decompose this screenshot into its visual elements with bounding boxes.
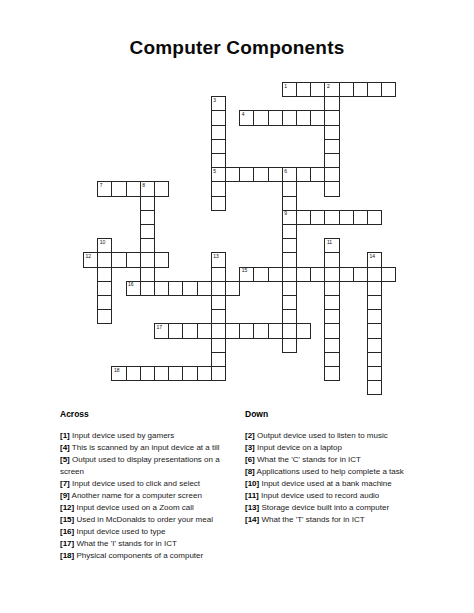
clue-number: 14	[370, 254, 376, 259]
grid-cell[interactable]	[353, 267, 368, 282]
clue-item: [6] What the 'C' stands for in ICT	[245, 454, 420, 466]
grid-cell[interactable]	[282, 110, 297, 125]
grid-cell[interactable]	[225, 167, 240, 182]
clue-number: 5	[213, 169, 216, 174]
clue-item-text: What the 'C' stands for in ICT	[255, 455, 361, 464]
grid-cell[interactable]	[282, 267, 297, 282]
grid-cell[interactable]	[154, 181, 169, 196]
clue-number: 17	[157, 325, 163, 330]
grid-cell[interactable]	[268, 110, 283, 125]
clue-item-number: [5]	[60, 455, 70, 464]
down-heading: Down	[245, 409, 420, 419]
grid-cell[interactable]	[324, 267, 339, 282]
grid-cell[interactable]	[253, 323, 268, 338]
clue-item-text: Input device used to click and select	[70, 479, 200, 488]
grid-cell[interactable]	[296, 82, 311, 97]
grid-cell[interactable]	[211, 295, 226, 310]
grid-cell[interactable]	[197, 281, 212, 296]
grid-cell[interactable]	[211, 281, 226, 296]
clue-number: 10	[100, 240, 106, 245]
grid-cell[interactable]	[324, 210, 339, 225]
grid-cell[interactable]	[282, 196, 297, 211]
clue-number: 12	[86, 254, 92, 259]
crossword-grid: 123546978101112131415161718	[83, 82, 396, 395]
grid-cell[interactable]	[296, 210, 311, 225]
clue-item-text: Input device used to record audio	[259, 491, 380, 500]
clue-item-text: Input device used to type	[74, 527, 165, 536]
clue-item-text: Used in McDonalds to order your meal	[74, 515, 213, 524]
grid-cell[interactable]	[140, 224, 155, 239]
grid-cell[interactable]	[211, 153, 226, 168]
grid-cell[interactable]	[367, 352, 382, 367]
grid-cell[interactable]	[282, 224, 297, 239]
clue-item-text: This is scanned by an input device at a …	[70, 443, 220, 452]
grid-cell[interactable]	[182, 323, 197, 338]
clue-item: [14] What the 'T' stands for in ICT	[245, 514, 420, 526]
grid-cell[interactable]	[310, 167, 325, 182]
clue-item-text: What the 'T' stands for in ICT	[259, 515, 364, 524]
clue-number: 1	[284, 84, 287, 89]
clue-item-number: [9]	[60, 491, 70, 500]
grid-cell[interactable]	[324, 110, 339, 125]
clue-item-number: [10]	[245, 479, 259, 488]
clue-item-text: Physical components of a computer	[74, 551, 203, 560]
clue-item-number: [7]	[60, 479, 70, 488]
grid-cell[interactable]: 2	[324, 82, 339, 97]
clue-item: [9] Another name for a computer screen	[60, 490, 235, 502]
clue-item: [3] Input device on a laptop	[245, 442, 420, 454]
grid-cell[interactable]	[367, 338, 382, 353]
grid-cell[interactable]	[296, 267, 311, 282]
grid-cell[interactable]	[97, 252, 112, 267]
grid-cell[interactable]	[324, 323, 339, 338]
clue-number: 16	[128, 282, 134, 287]
grid-cell[interactable]	[324, 366, 339, 381]
down-section: Down [2] Output device used to listen to…	[245, 409, 420, 526]
grid-cell[interactable]	[367, 380, 382, 395]
grid-cell[interactable]	[324, 338, 339, 353]
down-clue-list: [2] Output device used to listen to musi…	[245, 430, 420, 526]
grid-cell[interactable]	[211, 352, 226, 367]
grid-cell[interactable]	[211, 323, 226, 338]
grid-cell[interactable]: 8	[140, 181, 155, 196]
grid-cell[interactable]	[282, 338, 297, 353]
grid-cell[interactable]	[268, 323, 283, 338]
grid-cell[interactable]: 10	[97, 238, 112, 253]
grid-cell[interactable]	[168, 281, 183, 296]
grid-cell[interactable]	[310, 82, 325, 97]
grid-cell[interactable]	[296, 167, 311, 182]
grid-cell[interactable]: 13	[211, 252, 226, 267]
grid-cell[interactable]	[282, 295, 297, 310]
grid-cell[interactable]	[324, 295, 339, 310]
grid-cell[interactable]	[211, 309, 226, 324]
grid-cell[interactable]	[211, 338, 226, 353]
grid-cell[interactable]	[197, 323, 212, 338]
grid-cell[interactable]	[140, 238, 155, 253]
grid-cell[interactable]	[381, 267, 396, 282]
clue-number: 9	[284, 211, 287, 216]
puzzle-title: Computer Components	[0, 37, 474, 59]
grid-cell[interactable]	[268, 167, 283, 182]
grid-cell[interactable]: 6	[282, 167, 297, 182]
grid-cell[interactable]	[324, 153, 339, 168]
clue-item: [5] Output used to display presentations…	[60, 454, 235, 478]
grid-cell[interactable]	[126, 252, 141, 267]
grid-cell[interactable]	[367, 82, 382, 97]
grid-cell[interactable]	[367, 309, 382, 324]
clue-item-number: [17]	[60, 539, 74, 548]
clue-item-number: [6]	[245, 455, 255, 464]
clue-item-text: Storage device built into a computer	[259, 503, 389, 512]
grid-cell[interactable]	[239, 323, 254, 338]
grid-cell[interactable]	[211, 267, 226, 282]
clue-item: [12] Input device used on a Zoom call	[60, 502, 235, 514]
grid-cell[interactable]	[282, 181, 297, 196]
clue-item: [7] Input device used to click and selec…	[60, 478, 235, 490]
clue-item: [4] This is scanned by an input device a…	[60, 442, 235, 454]
clue-item-text: Input device used by gamers	[70, 431, 175, 440]
grid-cell[interactable]	[140, 196, 155, 211]
clue-item-number: [13]	[245, 503, 259, 512]
clue-item-text: Another name for a computer screen	[70, 491, 202, 500]
clue-number: 2	[327, 84, 330, 89]
grid-cell[interactable]: 11	[324, 238, 339, 253]
grid-cell[interactable]	[296, 323, 311, 338]
clue-item: [10] Input device used at a bank machine	[245, 478, 420, 490]
grid-cell[interactable]	[310, 210, 325, 225]
grid-cell[interactable]	[253, 110, 268, 125]
clue-item-number: [14]	[245, 515, 259, 524]
grid-cell[interactable]	[324, 352, 339, 367]
grid-cell[interactable]	[225, 323, 240, 338]
grid-cell[interactable]	[367, 210, 382, 225]
grid-cell[interactable]	[168, 366, 183, 381]
clue-item-number: [3]	[245, 443, 255, 452]
grid-cell[interactable]	[97, 295, 112, 310]
grid-cell[interactable]	[97, 281, 112, 296]
clue-item: [2] Output device used to listen to musi…	[245, 430, 420, 442]
grid-cell[interactable]: 5	[211, 167, 226, 182]
clue-number: 11	[327, 240, 332, 245]
grid-cell[interactable]: 1	[282, 82, 297, 97]
grid-cell[interactable]	[140, 252, 155, 267]
across-clue-list: [1] Input device used by gamers[4] This …	[60, 430, 235, 562]
grid-cell[interactable]: 18	[111, 366, 126, 381]
grid-cell[interactable]	[140, 210, 155, 225]
grid-cell[interactable]	[310, 267, 325, 282]
clue-item: [8] Applications used to help complete a…	[245, 466, 420, 478]
clue-number: 15	[242, 268, 248, 273]
grid-cell[interactable]	[140, 267, 155, 282]
clue-number: 7	[100, 183, 103, 188]
grid-cell[interactable]	[381, 82, 396, 97]
grid-cell[interactable]	[211, 125, 226, 140]
grid-cell[interactable]	[211, 196, 226, 211]
grid-cell[interactable]: 17	[154, 323, 169, 338]
clue-item: [13] Storage device built into a compute…	[245, 502, 420, 514]
grid-cell[interactable]	[324, 125, 339, 140]
clue-item-text: Output used to display presentations on …	[60, 455, 220, 476]
across-section: Across [1] Input device used by gamers[4…	[60, 409, 235, 562]
clue-item-number: [12]	[60, 503, 74, 512]
grid-cell[interactable]	[339, 82, 354, 97]
grid-cell[interactable]	[111, 252, 126, 267]
grid-cell[interactable]	[367, 366, 382, 381]
clue-item-text: Applications used to help complete a tas…	[255, 467, 404, 476]
clue-item-number: [2]	[245, 431, 255, 440]
grid-cell[interactable]	[353, 82, 368, 97]
grid-cell[interactable]	[324, 181, 339, 196]
grid-cell[interactable]	[282, 252, 297, 267]
grid-cell[interactable]	[140, 281, 155, 296]
clue-number: 3	[213, 98, 216, 103]
clue-item: [1] Input device used by gamers	[60, 430, 235, 442]
grid-cell[interactable]	[367, 281, 382, 296]
grid-cell[interactable]	[339, 267, 354, 282]
grid-cell[interactable]	[211, 139, 226, 154]
grid-cell[interactable]	[211, 366, 226, 381]
clue-number: 4	[242, 112, 245, 117]
clue-number: 8	[142, 183, 145, 188]
grid-cell[interactable]: 15	[239, 267, 254, 282]
grid-cell[interactable]: 16	[126, 281, 141, 296]
grid-cell[interactable]: 3	[211, 96, 226, 111]
grid-cell[interactable]: 14	[367, 252, 382, 267]
grid-cell[interactable]	[154, 281, 169, 296]
clue-item: [15] Used in McDonalds to order your mea…	[60, 514, 235, 526]
grid-cell[interactable]	[324, 281, 339, 296]
grid-cell[interactable]	[154, 252, 169, 267]
clue-item-number: [1]	[60, 431, 70, 440]
grid-cell[interactable]	[367, 323, 382, 338]
clue-item-number: [4]	[60, 443, 70, 452]
grid-cell[interactable]	[197, 366, 212, 381]
grid-cell[interactable]	[367, 295, 382, 310]
clue-item: [11] Input device used to record audio	[245, 490, 420, 502]
clue-item-text: What the 'I' stands for in ICT	[74, 539, 177, 548]
grid-cell[interactable]	[182, 281, 197, 296]
grid-cell[interactable]	[168, 323, 183, 338]
grid-cell[interactable]	[324, 252, 339, 267]
grid-cell[interactable]	[353, 210, 368, 225]
clue-item-text: Input device used at a bank machine	[259, 479, 392, 488]
clue-item-number: [18]	[60, 551, 74, 560]
grid-cell[interactable]	[182, 366, 197, 381]
clue-item-text: Input device on a laptop	[255, 443, 342, 452]
grid-cell[interactable]	[296, 110, 311, 125]
clue-item: [17] What the 'I' stands for in ICT	[60, 538, 235, 550]
grid-cell[interactable]	[268, 267, 283, 282]
grid-cell[interactable]	[282, 238, 297, 253]
grid-cell[interactable]	[282, 323, 297, 338]
grid-cell[interactable]	[253, 267, 268, 282]
grid-cell[interactable]	[324, 309, 339, 324]
clue-item-number: [15]	[60, 515, 74, 524]
clue-item-number: [16]	[60, 527, 74, 536]
clue-item-text: Input device used on a Zoom call	[74, 503, 194, 512]
clue-item-number: [8]	[245, 467, 255, 476]
grid-cell[interactable]	[97, 309, 112, 324]
grid-cell[interactable]: 4	[239, 110, 254, 125]
grid-cell[interactable]	[324, 139, 339, 154]
crossword-page: Computer Components 12354697810111213141…	[0, 0, 474, 613]
grid-cell[interactable]	[225, 281, 240, 296]
clue-number: 13	[213, 254, 219, 259]
grid-cell[interactable]	[239, 167, 254, 182]
across-heading: Across	[60, 409, 235, 419]
grid-cell[interactable]: 12	[83, 252, 98, 267]
grid-cell[interactable]	[111, 181, 126, 196]
grid-cell[interactable]	[126, 366, 141, 381]
grid-cell[interactable]	[339, 210, 354, 225]
clue-item-text: Output device used to listen to music	[255, 431, 388, 440]
grid-cell[interactable]	[282, 281, 297, 296]
grid-cell[interactable]	[126, 181, 141, 196]
grid-cell[interactable]: 9	[282, 210, 297, 225]
grid-cell[interactable]	[310, 110, 325, 125]
grid-cell[interactable]	[324, 96, 339, 111]
grid-cell[interactable]	[97, 267, 112, 282]
clue-item: [16] Input device used to type	[60, 526, 235, 538]
grid-cell[interactable]	[324, 167, 339, 182]
clue-item: [18] Physical components of a computer	[60, 550, 235, 562]
grid-cell[interactable]	[282, 309, 297, 324]
grid-cell[interactable]	[154, 366, 169, 381]
grid-cell[interactable]	[140, 366, 155, 381]
grid-cell[interactable]	[211, 181, 226, 196]
clue-number: 6	[284, 169, 287, 174]
grid-cell[interactable]	[253, 167, 268, 182]
clue-number: 18	[114, 368, 120, 373]
grid-cell[interactable]	[367, 267, 382, 282]
grid-cell[interactable]	[211, 110, 226, 125]
clue-item-number: [11]	[245, 491, 259, 500]
grid-cell[interactable]: 7	[97, 181, 112, 196]
